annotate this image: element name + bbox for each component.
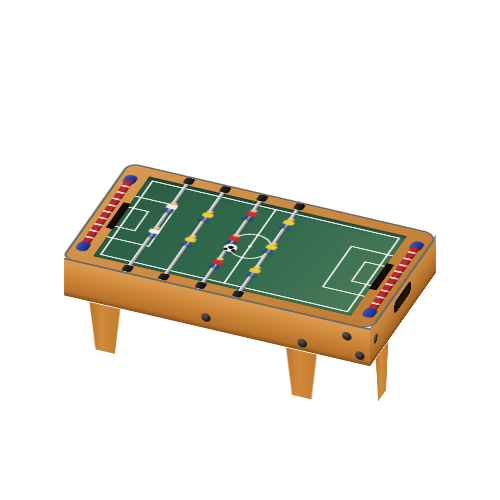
counter-cap bbox=[361, 307, 379, 319]
rod-bushing bbox=[366, 220, 379, 228]
rod-end-cap bbox=[311, 176, 324, 185]
screw-cap bbox=[374, 332, 378, 346]
counter-cap bbox=[74, 240, 92, 252]
rod-handle bbox=[341, 181, 365, 203]
screw-cap bbox=[201, 312, 210, 322]
rod-bushing bbox=[330, 211, 343, 219]
rod-bushing bbox=[256, 194, 269, 202]
product-photo-stage bbox=[0, 0, 500, 500]
rod-bushing bbox=[293, 203, 306, 211]
rod-end-cap bbox=[384, 193, 397, 202]
rod-handle bbox=[267, 164, 291, 186]
rod-bushing bbox=[219, 186, 232, 194]
rod-handle bbox=[194, 147, 218, 169]
table-leg-front-left bbox=[88, 302, 121, 356]
screw-cap bbox=[342, 331, 351, 341]
counter-cap bbox=[407, 240, 425, 252]
rod-bushing bbox=[182, 177, 195, 185]
table-leg-front-right bbox=[285, 347, 318, 401]
rod-end-cap bbox=[237, 159, 250, 168]
centre-spot bbox=[247, 245, 252, 248]
